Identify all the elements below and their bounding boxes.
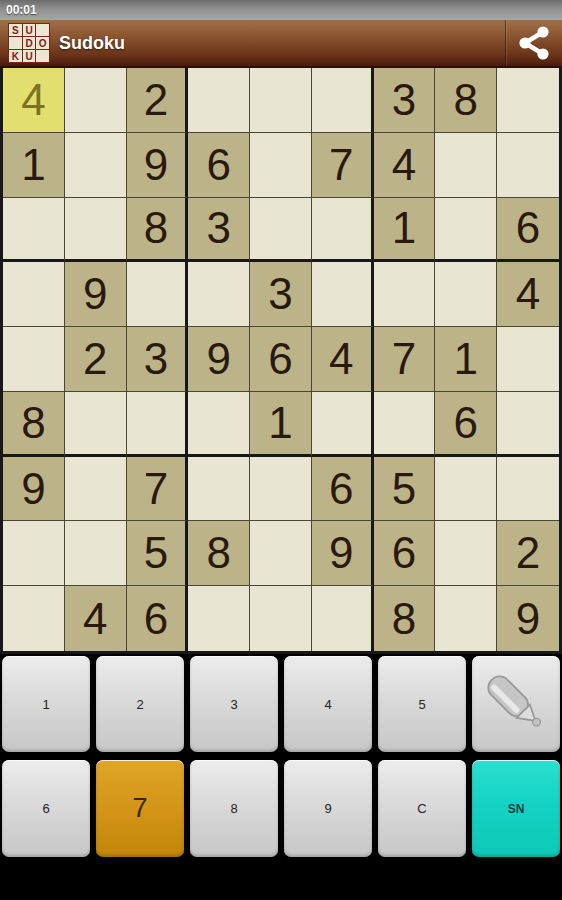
cell-r3c1[interactable]: [3, 198, 65, 263]
cell-r8c9[interactable]: 2: [497, 521, 559, 586]
logo-cell-7: K: [9, 50, 22, 62]
key-sn[interactable]: SN: [472, 760, 560, 857]
cell-r9c4[interactable]: [188, 586, 250, 651]
cell-r1c9[interactable]: [497, 68, 559, 133]
share-button[interactable]: [505, 20, 562, 66]
cell-r6c9[interactable]: [497, 392, 559, 457]
cell-r4c7[interactable]: [374, 262, 436, 327]
cell-r8c3[interactable]: 5: [127, 521, 189, 586]
cell-r3c2[interactable]: [65, 198, 127, 263]
cell-r7c8[interactable]: [435, 457, 497, 522]
status-bar: 00:01: [0, 0, 562, 20]
cell-r7c7[interactable]: 5: [374, 457, 436, 522]
keypad-row-2: 6789CSN: [2, 760, 560, 857]
logo-cell-2: U: [23, 24, 36, 36]
cell-r3c9[interactable]: 6: [497, 198, 559, 263]
cell-r7c5[interactable]: [250, 457, 312, 522]
cell-r2c9[interactable]: [497, 133, 559, 198]
cell-r4c4[interactable]: [188, 262, 250, 327]
cell-r8c4[interactable]: 8: [188, 521, 250, 586]
cell-r1c3[interactable]: 2: [127, 68, 189, 133]
cell-r1c2[interactable]: [65, 68, 127, 133]
cell-r6c2[interactable]: [65, 392, 127, 457]
cell-r2c7[interactable]: 4: [374, 133, 436, 198]
key-5[interactable]: 5: [378, 656, 466, 752]
cell-r1c4[interactable]: [188, 68, 250, 133]
status-time: 00:01: [0, 3, 37, 17]
cell-r3c5[interactable]: [250, 198, 312, 263]
cell-r7c4[interactable]: [188, 457, 250, 522]
cell-r5c5[interactable]: 6: [250, 327, 312, 392]
cell-r9c5[interactable]: [250, 586, 312, 651]
cell-r5c3[interactable]: 3: [127, 327, 189, 392]
cell-r5c8[interactable]: 1: [435, 327, 497, 392]
app-bar: SUDOKU Sudoku: [0, 20, 562, 66]
key-3[interactable]: 3: [190, 656, 278, 752]
cell-r1c8[interactable]: 8: [435, 68, 497, 133]
cell-r5c4[interactable]: 9: [188, 327, 250, 392]
key-8[interactable]: 8: [190, 760, 278, 857]
cell-r7c6[interactable]: 6: [312, 457, 374, 522]
cell-r4c6[interactable]: [312, 262, 374, 327]
cell-r8c8[interactable]: [435, 521, 497, 586]
cell-r3c4[interactable]: 3: [188, 198, 250, 263]
pen-icon: [477, 663, 555, 745]
cell-r1c1[interactable]: 4: [3, 68, 65, 133]
cell-r5c1[interactable]: [3, 327, 65, 392]
cell-r7c2[interactable]: [65, 457, 127, 522]
cell-r9c8[interactable]: [435, 586, 497, 651]
cell-r3c6[interactable]: [312, 198, 374, 263]
key-6[interactable]: 6: [2, 760, 90, 857]
key-pen[interactable]: [472, 656, 560, 752]
cell-r8c6[interactable]: 9: [312, 521, 374, 586]
app-logo: SUDOKU: [8, 23, 50, 63]
cell-r5c7[interactable]: 7: [374, 327, 436, 392]
logo-cell-1: S: [9, 24, 22, 36]
cell-r2c4[interactable]: 6: [188, 133, 250, 198]
sudoku-board: 423819674831693423964718169765589624689: [0, 66, 562, 654]
cell-r2c6[interactable]: 7: [312, 133, 374, 198]
key-clear[interactable]: C: [378, 760, 466, 857]
cell-r5c6[interactable]: 4: [312, 327, 374, 392]
logo-cell-3: [36, 24, 49, 36]
cell-r6c4[interactable]: [188, 392, 250, 457]
logo-cell-5: D: [23, 37, 36, 49]
keypad: 12345 6789CSN: [0, 654, 562, 900]
cell-r2c2[interactable]: [65, 133, 127, 198]
cell-r4c1[interactable]: [3, 262, 65, 327]
cell-r3c8[interactable]: [435, 198, 497, 263]
cell-r2c1[interactable]: 1: [3, 133, 65, 198]
cell-r6c1[interactable]: 8: [3, 392, 65, 457]
cell-r3c3[interactable]: 8: [127, 198, 189, 263]
cell-r1c7[interactable]: 3: [374, 68, 436, 133]
cell-r2c5[interactable]: [250, 133, 312, 198]
cell-r2c8[interactable]: [435, 133, 497, 198]
cell-r8c1[interactable]: [3, 521, 65, 586]
key-7[interactable]: 7: [96, 760, 184, 857]
key-9[interactable]: 9: [284, 760, 372, 857]
cell-r1c5[interactable]: [250, 68, 312, 133]
cell-r4c8[interactable]: [435, 262, 497, 327]
logo-cell-8: U: [23, 50, 36, 62]
key-4[interactable]: 4: [284, 656, 372, 752]
key-2[interactable]: 2: [96, 656, 184, 752]
cell-r6c3[interactable]: [127, 392, 189, 457]
cell-r9c9[interactable]: 9: [497, 586, 559, 651]
key-1[interactable]: 1: [2, 656, 90, 752]
cell-r6c6[interactable]: [312, 392, 374, 457]
logo-cell-6: O: [36, 37, 49, 49]
cell-r7c9[interactable]: [497, 457, 559, 522]
cell-r4c2[interactable]: 9: [65, 262, 127, 327]
cell-r4c9[interactable]: 4: [497, 262, 559, 327]
cell-r5c2[interactable]: 2: [65, 327, 127, 392]
cell-r9c1[interactable]: [3, 586, 65, 651]
cell-r6c8[interactable]: 6: [435, 392, 497, 457]
keypad-row-1: 12345: [2, 656, 560, 752]
cell-r8c2[interactable]: [65, 521, 127, 586]
share-icon: [517, 25, 551, 61]
logo-cell-9: [36, 50, 49, 62]
cell-r6c5[interactable]: 1: [250, 392, 312, 457]
cell-r4c5[interactable]: 3: [250, 262, 312, 327]
cell-r9c6[interactable]: [312, 586, 374, 651]
cell-r5c9[interactable]: [497, 327, 559, 392]
cell-r9c3[interactable]: 6: [127, 586, 189, 651]
cell-r8c5[interactable]: [250, 521, 312, 586]
cell-r6c7[interactable]: [374, 392, 436, 457]
cell-r1c6[interactable]: [312, 68, 374, 133]
cell-r4c3[interactable]: [127, 262, 189, 327]
cell-r9c7[interactable]: 8: [374, 586, 436, 651]
cell-r9c2[interactable]: 4: [65, 586, 127, 651]
cell-r8c7[interactable]: 6: [374, 521, 436, 586]
cell-r7c1[interactable]: 9: [3, 457, 65, 522]
cell-r7c3[interactable]: 7: [127, 457, 189, 522]
cell-r2c3[interactable]: 9: [127, 133, 189, 198]
cell-r3c7[interactable]: 1: [374, 198, 436, 263]
logo-cell-4: [9, 37, 22, 49]
app-title: Sudoku: [59, 33, 125, 54]
